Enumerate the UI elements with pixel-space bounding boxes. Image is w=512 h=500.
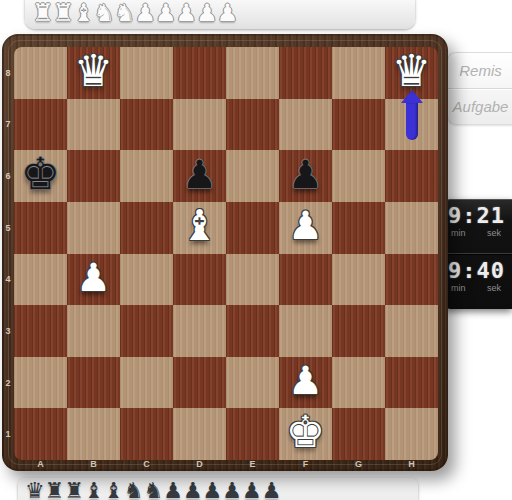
rank-label-4: 4 — [2, 254, 14, 306]
rank-label-3: 3 — [2, 305, 14, 357]
rank-labels: 87654321 — [2, 47, 14, 460]
captured-white-tray: ♜♜♝♞♞♟♟♟♟♟ — [25, 0, 415, 29]
rank-label-7: 7 — [2, 99, 14, 151]
last-move-arrow-tail — [406, 103, 418, 140]
square-b8[interactable]: ♛ — [67, 47, 120, 99]
square-h6[interactable] — [385, 150, 438, 202]
opponent-time: 9:21 — [441, 199, 512, 227]
square-c5[interactable] — [120, 202, 173, 254]
captured-black-pawn: ♟ — [203, 480, 223, 500]
square-e6[interactable] — [226, 150, 279, 202]
captured-black-bishop: ♝ — [104, 480, 124, 500]
square-c6[interactable] — [120, 150, 173, 202]
square-g4[interactable] — [332, 254, 385, 306]
square-g7[interactable] — [332, 99, 385, 151]
square-g1[interactable] — [332, 408, 385, 460]
square-a7[interactable] — [14, 99, 67, 151]
opponent-sek-label: sek — [487, 228, 501, 238]
square-a1[interactable] — [14, 408, 67, 460]
captured-black-pawn: ♟ — [222, 480, 242, 500]
action-panel: Remis Aufgabe — [447, 52, 512, 125]
chess-game-page: ♜♜♝♞♞♟♟♟♟♟ Remis Aufgabe 9:21 min sek 9:… — [0, 0, 512, 500]
opponent-clock: 9:21 min sek — [441, 199, 512, 253]
captured-white-bishop: ♝ — [73, 1, 95, 25]
draw-offer-button[interactable]: Remis — [448, 53, 512, 88]
square-d3[interactable] — [173, 305, 226, 357]
square-c1[interactable] — [120, 408, 173, 460]
square-f1[interactable]: ♚ — [279, 408, 332, 460]
white-pawn[interactable]: ♟ — [288, 206, 323, 245]
player-clock: 9:40 min sek — [441, 253, 512, 308]
square-b1[interactable] — [67, 408, 120, 460]
square-b6[interactable] — [67, 150, 120, 202]
resign-button[interactable]: Aufgabe — [448, 89, 512, 124]
opponent-min-label: min — [451, 228, 466, 238]
square-g2[interactable] — [332, 357, 385, 409]
square-h2[interactable] — [385, 357, 438, 409]
square-h1[interactable] — [385, 408, 438, 460]
square-c4[interactable] — [120, 254, 173, 306]
square-d1[interactable] — [173, 408, 226, 460]
square-e5[interactable] — [226, 202, 279, 254]
captured-white-pawn: ♟ — [135, 1, 157, 25]
rank-label-6: 6 — [2, 150, 14, 202]
square-a8[interactable] — [14, 47, 67, 99]
captured-white-pawn: ♟ — [217, 1, 239, 25]
square-f8[interactable] — [279, 47, 332, 99]
captured-white-pawn: ♟ — [196, 1, 218, 25]
captured-black-pawn: ♟ — [242, 480, 262, 500]
square-a4[interactable] — [14, 254, 67, 306]
square-f6[interactable]: ♟ — [279, 150, 332, 202]
captured-white-pieces: ♜♜♝♞♞♟♟♟♟♟ — [25, 1, 237, 25]
square-b2[interactable] — [67, 357, 120, 409]
black-pawn[interactable]: ♟ — [288, 155, 323, 194]
white-pawn[interactable]: ♟ — [76, 258, 111, 297]
square-c7[interactable] — [120, 99, 173, 151]
rank-label-2: 2 — [2, 357, 14, 409]
square-c2[interactable] — [120, 357, 173, 409]
black-king[interactable]: ♚ — [21, 152, 60, 196]
captured-black-pawn: ♟ — [262, 480, 282, 500]
rank-label-5: 5 — [2, 202, 14, 254]
captured-white-rook: ♜ — [53, 1, 75, 25]
square-f7[interactable] — [279, 99, 332, 151]
square-d4[interactable] — [173, 254, 226, 306]
captured-black-pawn: ♟ — [163, 480, 183, 500]
square-b3[interactable] — [67, 305, 120, 357]
square-c8[interactable] — [120, 47, 173, 99]
captured-black-tray: ♛♜♜♝♝♞♞♟♟♟♟♟♟ — [18, 478, 418, 500]
square-e4[interactable] — [226, 254, 279, 306]
square-g5[interactable] — [332, 202, 385, 254]
captured-black-rook: ♜ — [45, 480, 65, 500]
square-e7[interactable] — [226, 99, 279, 151]
square-a5[interactable] — [14, 202, 67, 254]
captured-black-pawn: ♟ — [183, 480, 203, 500]
square-b4[interactable]: ♟ — [67, 254, 120, 306]
rank-label-1: 1 — [2, 408, 14, 460]
square-a3[interactable] — [14, 305, 67, 357]
square-b5[interactable] — [67, 202, 120, 254]
captured-black-queen: ♛ — [25, 480, 45, 500]
player-min-label: min — [451, 283, 466, 293]
captured-white-pawn: ♟ — [176, 1, 198, 25]
black-pawn[interactable]: ♟ — [182, 155, 217, 194]
square-h5[interactable] — [385, 202, 438, 254]
player-sek-label: sek — [487, 283, 501, 293]
square-g3[interactable] — [332, 305, 385, 357]
square-f2[interactable]: ♟ — [279, 357, 332, 409]
square-d6[interactable]: ♟ — [173, 150, 226, 202]
board-squares: ♛♛♚♟♟♝♟♟♟♚ — [14, 47, 438, 460]
captured-black-bishop: ♝ — [84, 480, 104, 500]
white-pawn[interactable]: ♟ — [288, 361, 323, 400]
player-time: 9:40 — [441, 254, 512, 282]
captured-black-rook: ♜ — [64, 480, 84, 500]
square-f5[interactable]: ♟ — [279, 202, 332, 254]
square-d2[interactable] — [173, 357, 226, 409]
square-e3[interactable] — [226, 305, 279, 357]
square-e8[interactable] — [226, 47, 279, 99]
white-king[interactable]: ♚ — [286, 410, 325, 454]
chess-board: 87654321 ABCDEFGH ♛♛♚♟♟♝♟♟♟♚ — [2, 34, 448, 471]
square-f4[interactable] — [279, 254, 332, 306]
white-bishop[interactable]: ♝ — [181, 205, 219, 247]
square-f3[interactable] — [279, 305, 332, 357]
square-a2[interactable] — [14, 357, 67, 409]
square-d5[interactable]: ♝ — [173, 202, 226, 254]
captured-white-knight: ♞ — [94, 1, 116, 25]
rank-label-8: 8 — [2, 47, 14, 99]
clock-panel: 9:21 min sek 9:40 min sek — [441, 199, 512, 309]
square-c3[interactable] — [120, 305, 173, 357]
white-queen[interactable]: ♛ — [392, 49, 431, 93]
captured-white-knight: ♞ — [114, 1, 136, 25]
square-d8[interactable] — [173, 47, 226, 99]
square-h3[interactable] — [385, 305, 438, 357]
square-h4[interactable] — [385, 254, 438, 306]
square-b7[interactable] — [67, 99, 120, 151]
square-g8[interactable] — [332, 47, 385, 99]
square-d7[interactable] — [173, 99, 226, 151]
square-e1[interactable] — [226, 408, 279, 460]
captured-white-rook: ♜ — [32, 1, 54, 25]
square-h8[interactable]: ♛ — [385, 47, 438, 99]
captured-black-pieces: ♛♜♜♝♝♞♞♟♟♟♟♟♟ — [18, 480, 282, 500]
captured-black-knight: ♞ — [124, 480, 144, 500]
square-g6[interactable] — [332, 150, 385, 202]
square-e2[interactable] — [226, 357, 279, 409]
white-queen[interactable]: ♛ — [74, 49, 113, 93]
square-a6[interactable]: ♚ — [14, 150, 67, 202]
captured-black-knight: ♞ — [143, 480, 163, 500]
captured-white-pawn: ♟ — [155, 1, 177, 25]
